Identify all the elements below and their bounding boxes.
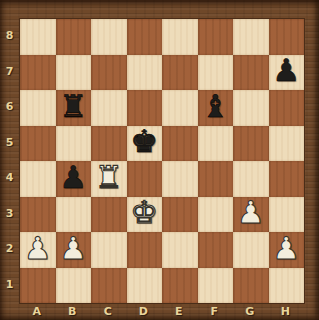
square-b4[interactable]: ♟ (56, 161, 92, 197)
piece-black-rook[interactable]: ♜ (59, 91, 87, 122)
square-g6[interactable] (233, 90, 269, 126)
square-h5[interactable] (269, 126, 305, 162)
square-e2[interactable] (162, 232, 198, 268)
square-a1[interactable] (20, 268, 56, 304)
rank-labels: 87654321 (0, 18, 19, 302)
square-g8[interactable] (233, 19, 269, 55)
board: ♟♜♝♚♟♜♚♟♟♟♟ (19, 18, 305, 304)
square-h7[interactable]: ♟ (269, 55, 305, 91)
square-g3[interactable]: ♟ (233, 197, 269, 233)
square-e4[interactable] (162, 161, 198, 197)
square-e7[interactable] (162, 55, 198, 91)
square-e1[interactable] (162, 268, 198, 304)
rank-label-4: 4 (0, 160, 19, 196)
square-f4[interactable] (198, 161, 234, 197)
piece-white-pawn[interactable]: ♟ (237, 197, 265, 228)
file-label-a: A (19, 302, 55, 320)
square-g2[interactable] (233, 232, 269, 268)
square-c7[interactable] (91, 55, 127, 91)
square-a4[interactable] (20, 161, 56, 197)
square-b3[interactable] (56, 197, 92, 233)
file-label-d: D (126, 302, 162, 320)
piece-white-king[interactable]: ♚ (130, 197, 158, 228)
piece-white-pawn[interactable]: ♟ (59, 233, 87, 264)
rank-label-5: 5 (0, 125, 19, 161)
square-a2[interactable]: ♟ (20, 232, 56, 268)
square-g1[interactable] (233, 268, 269, 304)
rank-label-2: 2 (0, 231, 19, 267)
square-h3[interactable] (269, 197, 305, 233)
square-b5[interactable] (56, 126, 92, 162)
square-d5[interactable]: ♚ (127, 126, 163, 162)
square-a5[interactable] (20, 126, 56, 162)
square-e3[interactable] (162, 197, 198, 233)
square-d3[interactable]: ♚ (127, 197, 163, 233)
square-b8[interactable] (56, 19, 92, 55)
square-b2[interactable]: ♟ (56, 232, 92, 268)
file-label-f: F (197, 302, 233, 320)
rank-label-8: 8 (0, 18, 19, 54)
rank-label-1: 1 (0, 267, 19, 303)
square-d2[interactable] (127, 232, 163, 268)
file-label-h: H (268, 302, 304, 320)
square-a6[interactable] (20, 90, 56, 126)
square-g4[interactable] (233, 161, 269, 197)
square-e8[interactable] (162, 19, 198, 55)
square-f3[interactable] (198, 197, 234, 233)
square-c4[interactable]: ♜ (91, 161, 127, 197)
square-c2[interactable] (91, 232, 127, 268)
square-f1[interactable] (198, 268, 234, 304)
square-d7[interactable] (127, 55, 163, 91)
file-label-e: E (161, 302, 197, 320)
square-a8[interactable] (20, 19, 56, 55)
piece-white-pawn[interactable]: ♟ (24, 233, 52, 264)
rank-label-6: 6 (0, 89, 19, 125)
square-f7[interactable] (198, 55, 234, 91)
chess-board-frame: 87654321 ♟♜♝♚♟♜♚♟♟♟♟ ABCDEFGH (0, 0, 319, 320)
piece-white-rook[interactable]: ♜ (95, 162, 123, 193)
square-d1[interactable] (127, 268, 163, 304)
square-c1[interactable] (91, 268, 127, 304)
square-d4[interactable] (127, 161, 163, 197)
rank-label-7: 7 (0, 54, 19, 90)
square-b7[interactable] (56, 55, 92, 91)
square-c3[interactable] (91, 197, 127, 233)
square-e6[interactable] (162, 90, 198, 126)
piece-black-bishop[interactable]: ♝ (201, 91, 229, 122)
square-a7[interactable] (20, 55, 56, 91)
square-e5[interactable] (162, 126, 198, 162)
piece-black-pawn[interactable]: ♟ (59, 162, 87, 193)
square-d6[interactable] (127, 90, 163, 126)
square-h8[interactable] (269, 19, 305, 55)
piece-black-pawn[interactable]: ♟ (272, 55, 300, 86)
square-h1[interactable] (269, 268, 305, 304)
square-d8[interactable] (127, 19, 163, 55)
square-f6[interactable]: ♝ (198, 90, 234, 126)
square-a3[interactable] (20, 197, 56, 233)
square-g5[interactable] (233, 126, 269, 162)
piece-black-king[interactable]: ♚ (130, 126, 158, 157)
file-label-g: G (232, 302, 268, 320)
file-label-c: C (90, 302, 126, 320)
file-labels: ABCDEFGH (19, 302, 303, 320)
square-c8[interactable] (91, 19, 127, 55)
square-h4[interactable] (269, 161, 305, 197)
square-f8[interactable] (198, 19, 234, 55)
square-b6[interactable]: ♜ (56, 90, 92, 126)
square-c6[interactable] (91, 90, 127, 126)
rank-label-3: 3 (0, 196, 19, 232)
square-c5[interactable] (91, 126, 127, 162)
square-h2[interactable]: ♟ (269, 232, 305, 268)
square-f5[interactable] (198, 126, 234, 162)
square-f2[interactable] (198, 232, 234, 268)
piece-white-pawn[interactable]: ♟ (272, 233, 300, 264)
square-h6[interactable] (269, 90, 305, 126)
file-label-b: B (55, 302, 91, 320)
square-b1[interactable] (56, 268, 92, 304)
square-g7[interactable] (233, 55, 269, 91)
